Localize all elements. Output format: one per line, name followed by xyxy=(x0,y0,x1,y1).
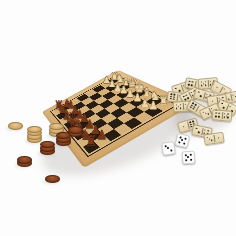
pip xyxy=(206,93,208,95)
pip xyxy=(205,84,207,86)
pip xyxy=(178,141,180,143)
pip xyxy=(173,98,175,100)
pip xyxy=(171,93,173,95)
pip xyxy=(198,91,200,93)
pip xyxy=(207,136,209,138)
pip xyxy=(227,116,229,118)
pip xyxy=(201,84,203,86)
pip xyxy=(179,103,181,105)
pip xyxy=(216,86,218,88)
pip xyxy=(179,136,181,138)
pip xyxy=(228,98,230,100)
pip xyxy=(189,121,191,123)
pip xyxy=(164,145,166,147)
product-photo-wooden-chess-set: ♜♞♝♛♚♝♞♜♟♟♟♟♟♟♟♟♟♟♟♟♟♟♟♟♜♞♝♛♚♝♞♜ xyxy=(0,0,236,236)
pip xyxy=(189,153,191,155)
pip xyxy=(215,112,217,114)
pip xyxy=(192,102,194,104)
pip xyxy=(184,154,186,156)
pip xyxy=(218,112,220,114)
pip xyxy=(223,106,225,108)
pip xyxy=(175,87,177,89)
domino-divider xyxy=(213,134,215,142)
checker-piece-dark xyxy=(17,156,32,164)
pip xyxy=(204,129,206,131)
pip xyxy=(211,139,213,141)
pip xyxy=(184,137,186,139)
pip xyxy=(195,127,197,129)
pip xyxy=(217,136,219,138)
pip xyxy=(176,104,178,106)
pip xyxy=(192,81,194,83)
pip xyxy=(228,113,230,115)
pip xyxy=(207,113,209,115)
pip xyxy=(179,89,181,91)
checker-piece-light xyxy=(8,122,23,130)
pip xyxy=(209,80,211,82)
domino-tile xyxy=(212,109,233,122)
pip xyxy=(201,81,203,83)
pip xyxy=(194,103,196,105)
pip xyxy=(223,88,225,90)
pip xyxy=(176,107,178,109)
pip xyxy=(190,123,192,125)
pip xyxy=(221,102,223,104)
pip xyxy=(200,95,202,97)
pip xyxy=(191,84,193,86)
pip xyxy=(222,96,224,98)
pip xyxy=(188,83,190,85)
pip xyxy=(198,131,200,133)
die xyxy=(161,141,175,155)
pip xyxy=(232,94,234,96)
die xyxy=(174,132,189,147)
pip xyxy=(184,103,186,105)
pip xyxy=(215,115,217,117)
pip xyxy=(229,105,231,107)
checker-piece-light xyxy=(27,126,42,134)
pip xyxy=(183,125,185,127)
pip xyxy=(192,120,194,122)
die xyxy=(181,150,194,163)
pip xyxy=(187,97,189,99)
domino-tile xyxy=(203,131,224,145)
pip xyxy=(207,130,209,132)
pip xyxy=(218,115,220,117)
domino-divider xyxy=(183,102,184,110)
pip xyxy=(173,96,175,98)
pip xyxy=(173,93,175,95)
pip xyxy=(188,80,190,82)
pip xyxy=(183,95,185,97)
domino-divider xyxy=(176,93,178,101)
pip xyxy=(170,97,172,99)
pip xyxy=(186,94,188,96)
pip xyxy=(187,156,189,158)
pip xyxy=(224,112,226,114)
pip xyxy=(183,142,185,144)
pip xyxy=(185,159,187,161)
pip xyxy=(190,91,192,93)
pip xyxy=(212,100,214,102)
pip xyxy=(204,80,206,82)
pip xyxy=(223,116,225,118)
pip xyxy=(181,139,183,141)
pip xyxy=(170,95,172,97)
pip xyxy=(180,107,182,109)
pip xyxy=(170,149,172,151)
pip xyxy=(167,147,169,149)
checker-piece-dark xyxy=(45,175,60,183)
pip xyxy=(190,158,192,160)
